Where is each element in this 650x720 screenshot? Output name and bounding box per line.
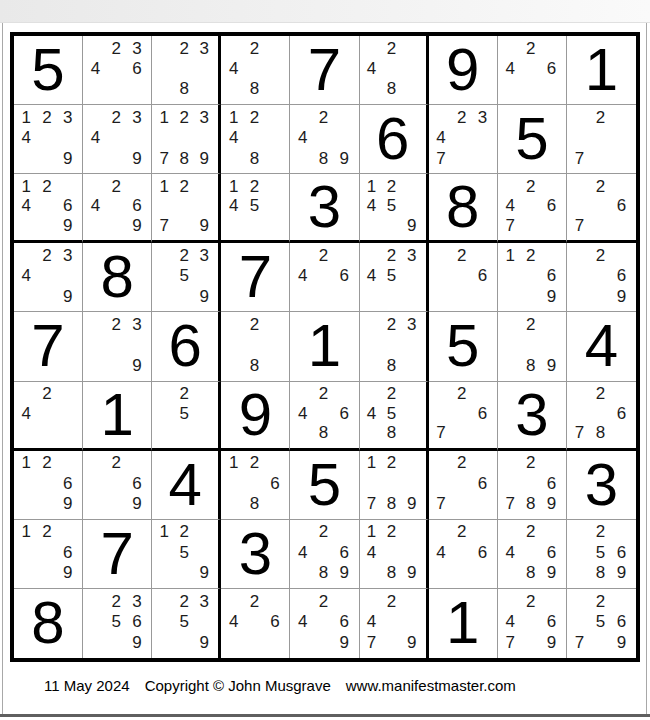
- candidate-1: [500, 453, 521, 473]
- candidate-3: [472, 453, 493, 473]
- candidate-9: [265, 355, 286, 375]
- candidate-7: 7: [154, 216, 174, 236]
- sudoku-page: { "game": "sudoku", "position": "5...7.9…: [0, 0, 650, 720]
- candidate-7: [154, 632, 174, 653]
- candidate-3: [127, 176, 148, 196]
- cell-r4c6[interactable]: 2345: [360, 243, 429, 312]
- candidate-4: [154, 542, 174, 562]
- cell-r5c3[interactable]: 6: [152, 312, 221, 381]
- cell-r7c1[interactable]: 1269: [14, 451, 83, 520]
- given-digit: 6: [376, 109, 409, 169]
- candidate-1: [431, 245, 452, 265]
- candidate-8: [37, 148, 58, 168]
- candidate-5: [106, 196, 127, 216]
- candidate-7: [500, 355, 521, 375]
- cell-r9c1[interactable]: 8: [14, 589, 83, 658]
- candidate-9: [334, 423, 355, 443]
- candidate-9: [472, 148, 493, 168]
- candidate-5: [590, 196, 611, 216]
- candidate-grid: 246: [429, 520, 497, 588]
- candidate-3: [541, 245, 562, 265]
- cell-r2c4[interactable]: 1248: [221, 105, 290, 174]
- candidate-9: [402, 286, 422, 306]
- cell-r7c8[interactable]: 26789: [498, 451, 567, 520]
- candidate-7: [85, 79, 106, 99]
- candidate-7: [362, 216, 382, 236]
- candidate-2: 2: [590, 522, 611, 542]
- cell-r3c6[interactable]: 12459: [360, 174, 429, 243]
- candidate-7: [154, 423, 174, 443]
- candidate-8: [451, 286, 472, 306]
- candidate-2: 2: [382, 591, 402, 612]
- cell-r1c2[interactable]: 2346: [83, 36, 152, 105]
- cell-r4c5[interactable]: 246: [290, 243, 359, 312]
- candidate-6: 6: [334, 403, 355, 423]
- candidate-7: [431, 563, 452, 583]
- candidate-3: [402, 591, 422, 612]
- candidate-9: 9: [194, 216, 214, 236]
- cell-r8c3[interactable]: 1259: [152, 520, 221, 589]
- cell-r6c3[interactable]: 25: [152, 382, 221, 451]
- candidate-7: [16, 423, 37, 443]
- candidate-2: 2: [382, 245, 402, 265]
- candidate-5: [37, 196, 58, 216]
- cell-r8c4[interactable]: 3: [221, 520, 290, 589]
- candidate-1: [223, 314, 244, 334]
- candidate-grid: 248: [221, 36, 289, 104]
- candidate-8: [244, 632, 265, 653]
- cell-r6c8[interactable]: 3: [498, 382, 567, 451]
- candidate-5: [590, 266, 611, 286]
- candidate-2: 2: [106, 38, 127, 58]
- candidate-9: [265, 79, 286, 99]
- candidate-7: [223, 632, 244, 653]
- candidate-4: [569, 266, 590, 286]
- cell-r3c2[interactable]: 2469: [83, 174, 152, 243]
- cell-r1c3[interactable]: 238: [152, 36, 221, 105]
- cell-r5c7[interactable]: 5: [429, 312, 498, 381]
- candidate-7: 7: [431, 493, 452, 513]
- cell-r2c9[interactable]: 27: [567, 105, 636, 174]
- candidate-5: [244, 473, 265, 493]
- candidate-5: 5: [382, 196, 402, 216]
- cell-r9c6[interactable]: 2479: [360, 589, 429, 658]
- candidate-8: 8: [244, 148, 265, 168]
- candidate-2: 2: [174, 522, 194, 542]
- candidate-9: 9: [541, 286, 562, 306]
- cell-r1c5[interactable]: 7: [290, 36, 359, 105]
- candidate-9: 9: [194, 286, 214, 306]
- candidate-9: 9: [334, 148, 355, 168]
- candidate-grid: 246: [498, 36, 566, 104]
- cell-r8c6[interactable]: 12489: [360, 520, 429, 589]
- candidate-2: 2: [313, 591, 334, 612]
- cell-r6c2[interactable]: 1: [83, 382, 152, 451]
- cell-r6c7[interactable]: 267: [429, 382, 498, 451]
- candidate-grid: 2467: [498, 174, 566, 240]
- candidate-4: [154, 266, 174, 286]
- candidate-2: 2: [590, 384, 611, 404]
- cell-r3c3[interactable]: 1279: [152, 174, 221, 243]
- candidate-5: 5: [244, 196, 265, 216]
- cell-r8c7[interactable]: 246: [429, 520, 498, 589]
- candidate-3: [611, 245, 632, 265]
- cell-r2c1[interactable]: 12349: [14, 105, 83, 174]
- candidate-6: [402, 612, 422, 633]
- cell-r2c6[interactable]: 6: [360, 105, 429, 174]
- candidate-9: [611, 148, 632, 168]
- given-digit: 3: [308, 177, 341, 237]
- candidate-6: [402, 403, 422, 423]
- cell-r7c5[interactable]: 5: [290, 451, 359, 520]
- candidate-9: [265, 493, 286, 513]
- candidate-2: 2: [37, 522, 58, 542]
- candidate-2: 2: [174, 176, 194, 196]
- candidate-5: [313, 403, 334, 423]
- candidate-8: [37, 423, 58, 443]
- candidate-8: [590, 216, 611, 236]
- candidate-grid: 2468: [290, 382, 358, 448]
- candidate-6: [127, 127, 148, 147]
- given-digit: 3: [515, 385, 548, 445]
- cell-r3c7[interactable]: 8: [429, 174, 498, 243]
- candidate-6: [541, 335, 562, 355]
- candidate-7: 7: [362, 632, 382, 653]
- candidate-6: 6: [611, 266, 632, 286]
- candidate-4: 4: [292, 127, 313, 147]
- candidate-8: [174, 563, 194, 583]
- candidate-8: [590, 632, 611, 653]
- candidate-1: 1: [500, 245, 521, 265]
- cell-r3c8[interactable]: 2467: [498, 174, 567, 243]
- candidate-3: [541, 591, 562, 612]
- candidate-6: [402, 196, 422, 216]
- cell-r2c7[interactable]: 2347: [429, 105, 498, 174]
- candidate-7: [223, 493, 244, 513]
- candidate-4: [85, 335, 106, 355]
- candidate-grid: 269: [567, 243, 636, 311]
- candidate-5: [520, 196, 541, 216]
- candidate-8: [106, 216, 127, 236]
- cell-r6c9[interactable]: 2678: [567, 382, 636, 451]
- candidate-1: [16, 384, 37, 404]
- candidate-2: 2: [106, 107, 127, 127]
- candidate-9: [402, 423, 422, 443]
- cell-r4c7[interactable]: 26: [429, 243, 498, 312]
- candidate-7: [292, 632, 313, 653]
- candidate-3: 3: [194, 591, 214, 612]
- candidate-8: [106, 493, 127, 513]
- candidate-4: 4: [223, 196, 244, 216]
- cell-r8c5[interactable]: 24689: [290, 520, 359, 589]
- candidate-1: [500, 38, 521, 58]
- candidate-3: [194, 176, 214, 196]
- cell-r5c8[interactable]: 289: [498, 312, 567, 381]
- cell-r3c1[interactable]: 12469: [14, 174, 83, 243]
- candidate-9: 9: [541, 493, 562, 513]
- candidate-9: [127, 79, 148, 99]
- candidate-7: [569, 286, 590, 306]
- candidate-9: [265, 632, 286, 653]
- candidate-5: 5: [590, 612, 611, 633]
- cell-r8c8[interactable]: 24689: [498, 520, 567, 589]
- cell-r9c7[interactable]: 1: [429, 589, 498, 658]
- candidate-grid: 267: [429, 451, 497, 519]
- candidate-4: [569, 542, 590, 562]
- candidate-8: 8: [313, 423, 334, 443]
- candidate-1: 1: [16, 176, 37, 196]
- cell-r9c2[interactable]: 23569: [83, 589, 152, 658]
- candidate-grid: 2458: [360, 382, 426, 448]
- candidate-3: 3: [194, 107, 214, 127]
- candidate-1: 1: [154, 176, 174, 196]
- cell-r4c1[interactable]: 2349: [14, 243, 83, 312]
- candidate-6: 6: [472, 403, 493, 423]
- candidate-4: 4: [16, 266, 37, 286]
- candidate-7: [16, 493, 37, 513]
- candidate-3: 3: [472, 107, 493, 127]
- cell-r4c4[interactable]: 7: [221, 243, 290, 312]
- candidate-grid: 2349: [14, 243, 82, 311]
- candidate-8: 8: [382, 79, 402, 99]
- cell-r5c5[interactable]: 1: [290, 312, 359, 381]
- candidate-3: [402, 38, 422, 58]
- candidate-grid: 1248: [221, 105, 289, 173]
- candidate-1: [431, 107, 452, 127]
- candidate-8: [451, 148, 472, 168]
- cell-r5c4[interactable]: 28: [221, 312, 290, 381]
- candidate-2: 2: [520, 314, 541, 334]
- page-right-edge: [646, 23, 647, 714]
- candidate-7: [431, 286, 452, 306]
- candidate-3: 3: [402, 314, 422, 334]
- candidate-grid: 2469: [83, 174, 151, 240]
- candidate-8: [106, 355, 127, 375]
- candidate-2: 2: [382, 176, 402, 196]
- candidate-7: [223, 79, 244, 99]
- cell-r6c4[interactable]: 9: [221, 382, 290, 451]
- cell-r4c9[interactable]: 269: [567, 243, 636, 312]
- cell-r5c9[interactable]: 4: [567, 312, 636, 381]
- cell-r5c1[interactable]: 7: [14, 312, 83, 381]
- candidate-6: [265, 196, 286, 216]
- candidate-grid: 1268: [221, 451, 289, 519]
- cell-r5c2[interactable]: 239: [83, 312, 152, 381]
- candidate-grid: 2346: [83, 36, 151, 104]
- candidate-4: 4: [16, 196, 37, 216]
- candidate-2: 2: [313, 522, 334, 542]
- candidate-6: [57, 266, 78, 286]
- candidate-2: 2: [520, 453, 541, 473]
- candidate-3: [541, 314, 562, 334]
- cell-r7c7[interactable]: 267: [429, 451, 498, 520]
- candidate-2: 2: [37, 176, 58, 196]
- cell-r1c6[interactable]: 248: [360, 36, 429, 105]
- cell-r6c1[interactable]: 24: [14, 382, 83, 451]
- candidate-5: [174, 58, 194, 78]
- cell-r7c4[interactable]: 1268: [221, 451, 290, 520]
- candidate-6: [402, 266, 422, 286]
- candidate-6: 6: [472, 542, 493, 562]
- candidate-1: [569, 384, 590, 404]
- candidate-3: [265, 314, 286, 334]
- candidate-4: [16, 542, 37, 562]
- candidate-2: 2: [37, 245, 58, 265]
- candidate-1: [85, 314, 106, 334]
- cell-r5c6[interactable]: 238: [360, 312, 429, 381]
- candidate-6: 6: [334, 266, 355, 286]
- candidate-5: [244, 612, 265, 633]
- candidate-7: [16, 216, 37, 236]
- candidate-grid: 267: [429, 382, 497, 448]
- cell-r4c8[interactable]: 1269: [498, 243, 567, 312]
- cell-r2c5[interactable]: 2489: [290, 105, 359, 174]
- candidate-4: [569, 403, 590, 423]
- candidate-4: 4: [500, 196, 521, 216]
- candidate-7: [500, 286, 521, 306]
- candidate-5: [382, 612, 402, 633]
- candidate-9: 9: [57, 493, 78, 513]
- candidate-1: [292, 522, 313, 542]
- candidate-3: [611, 384, 632, 404]
- candidate-2: 2: [520, 522, 541, 542]
- cell-r1c4[interactable]: 248: [221, 36, 290, 105]
- candidate-2: 2: [451, 453, 472, 473]
- cell-r8c2[interactable]: 7: [83, 520, 152, 589]
- cell-r1c9[interactable]: 1: [567, 36, 636, 105]
- candidate-9: [611, 216, 632, 236]
- candidate-7: [85, 632, 106, 653]
- candidate-7: [223, 216, 244, 236]
- candidate-grid: 12469: [14, 174, 82, 240]
- cell-r2c8[interactable]: 5: [498, 105, 567, 174]
- candidate-8: 8: [590, 563, 611, 583]
- candidate-5: [244, 335, 265, 355]
- candidate-3: [265, 453, 286, 473]
- cell-r3c4[interactable]: 1245: [221, 174, 290, 243]
- candidate-3: [127, 453, 148, 473]
- candidate-4: 4: [362, 58, 382, 78]
- candidate-grid: 1269: [14, 451, 82, 519]
- candidate-5: [244, 127, 265, 147]
- candidate-4: [154, 196, 174, 216]
- candidate-8: [451, 563, 472, 583]
- cell-r8c9[interactable]: 25689: [567, 520, 636, 589]
- candidate-grid: 246: [221, 589, 289, 658]
- cell-r6c6[interactable]: 2458: [360, 382, 429, 451]
- cell-r7c6[interactable]: 12789: [360, 451, 429, 520]
- candidate-4: 4: [362, 612, 382, 633]
- cell-r7c2[interactable]: 269: [83, 451, 152, 520]
- cell-r2c3[interactable]: 123789: [152, 105, 221, 174]
- candidate-1: [500, 591, 521, 612]
- candidate-9: 9: [127, 216, 148, 236]
- candidate-9: [472, 423, 493, 443]
- candidate-9: [265, 216, 286, 236]
- cell-r9c5[interactable]: 2469: [290, 589, 359, 658]
- candidate-2: 2: [520, 591, 541, 612]
- candidate-grid: 248: [360, 36, 426, 104]
- candidate-2: 2: [590, 107, 611, 127]
- candidate-3: [402, 176, 422, 196]
- candidate-4: [85, 612, 106, 633]
- cell-r9c8[interactable]: 24679: [498, 589, 567, 658]
- candidate-3: [402, 522, 422, 542]
- candidate-1: [431, 522, 452, 542]
- candidate-9: 9: [541, 355, 562, 375]
- cell-r2c2[interactable]: 2349: [83, 105, 152, 174]
- candidate-9: [611, 423, 632, 443]
- candidate-3: 3: [57, 245, 78, 265]
- candidate-3: [265, 591, 286, 612]
- cell-r1c1[interactable]: 5: [14, 36, 83, 105]
- candidate-1: [569, 176, 590, 196]
- cell-r3c9[interactable]: 267: [567, 174, 636, 243]
- cell-r6c5[interactable]: 2468: [290, 382, 359, 451]
- candidate-3: [334, 245, 355, 265]
- candidate-6: 6: [541, 542, 562, 562]
- candidate-4: 4: [292, 612, 313, 633]
- given-digit: 6: [169, 316, 202, 376]
- candidate-1: 1: [362, 453, 382, 473]
- candidate-grid: 238: [360, 312, 426, 380]
- cell-r4c2[interactable]: 8: [83, 243, 152, 312]
- cell-r4c3[interactable]: 2359: [152, 243, 221, 312]
- candidate-8: [590, 148, 611, 168]
- cell-r7c3[interactable]: 4: [152, 451, 221, 520]
- candidate-8: [382, 286, 402, 306]
- cell-r9c9[interactable]: 25679: [567, 589, 636, 658]
- candidate-6: 6: [611, 612, 632, 633]
- candidate-5: [106, 127, 127, 147]
- candidate-3: [334, 384, 355, 404]
- candidate-grid: 123789: [152, 105, 218, 173]
- candidate-7: [85, 355, 106, 375]
- candidate-6: 6: [541, 473, 562, 493]
- top-window-strip: [0, 0, 650, 23]
- cell-r8c1[interactable]: 1269: [14, 520, 83, 589]
- candidate-7: [292, 423, 313, 443]
- candidate-7: [362, 423, 382, 443]
- candidate-6: 6: [541, 612, 562, 633]
- candidate-1: 1: [16, 522, 37, 542]
- cell-r3c5[interactable]: 3: [290, 174, 359, 243]
- candidate-3: [541, 522, 562, 542]
- candidate-1: [431, 384, 452, 404]
- candidate-7: [500, 79, 521, 99]
- candidate-5: 5: [106, 612, 127, 633]
- candidate-grid: 24689: [290, 520, 358, 588]
- cell-r1c8[interactable]: 246: [498, 36, 567, 105]
- cell-r7c9[interactable]: 3: [567, 451, 636, 520]
- candidate-1: [154, 384, 174, 404]
- candidate-4: 4: [292, 403, 313, 423]
- candidate-3: [402, 453, 422, 473]
- candidate-3: 3: [194, 38, 214, 58]
- candidate-2: 2: [451, 245, 472, 265]
- cell-r9c3[interactable]: 2359: [152, 589, 221, 658]
- candidate-6: [265, 127, 286, 147]
- candidate-1: [500, 314, 521, 334]
- candidate-2: 2: [37, 107, 58, 127]
- candidate-2: 2: [590, 245, 611, 265]
- candidate-2: 2: [244, 176, 265, 196]
- given-digit: 3: [585, 455, 618, 515]
- cell-r1c7[interactable]: 9: [429, 36, 498, 105]
- candidate-6: 6: [127, 58, 148, 78]
- candidate-6: [402, 473, 422, 493]
- cell-r9c4[interactable]: 246: [221, 589, 290, 658]
